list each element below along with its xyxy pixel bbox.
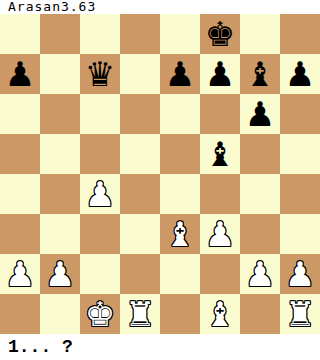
square-g1[interactable]	[240, 294, 280, 334]
square-d7[interactable]	[120, 54, 160, 94]
square-a5[interactable]	[0, 134, 40, 174]
white-rook[interactable]: ♜	[285, 294, 315, 334]
square-g2[interactable]: ♟	[240, 254, 280, 294]
white-bishop[interactable]: ♝	[205, 294, 235, 334]
square-f3[interactable]: ♟	[200, 214, 240, 254]
white-rook[interactable]: ♜	[125, 294, 155, 334]
square-c5[interactable]	[80, 134, 120, 174]
black-pawn[interactable]: ♟	[285, 54, 315, 94]
square-a2[interactable]: ♟	[0, 254, 40, 294]
black-pawn[interactable]: ♟	[5, 54, 35, 94]
square-g6[interactable]: ♟	[240, 94, 280, 134]
square-d1[interactable]: ♜	[120, 294, 160, 334]
square-h5[interactable]	[280, 134, 320, 174]
white-bishop[interactable]: ♝	[165, 214, 195, 254]
black-king[interactable]: ♚	[205, 14, 235, 54]
black-pawn[interactable]: ♟	[205, 54, 235, 94]
square-f1[interactable]: ♝	[200, 294, 240, 334]
square-d2[interactable]	[120, 254, 160, 294]
square-a3[interactable]	[0, 214, 40, 254]
square-h7[interactable]: ♟	[280, 54, 320, 94]
white-pawn[interactable]: ♟	[5, 254, 35, 294]
square-f6[interactable]	[200, 94, 240, 134]
square-h3[interactable]	[280, 214, 320, 254]
square-a1[interactable]	[0, 294, 40, 334]
white-king[interactable]: ♚	[85, 294, 115, 334]
square-g3[interactable]	[240, 214, 280, 254]
square-b4[interactable]	[40, 174, 80, 214]
square-a4[interactable]	[0, 174, 40, 214]
square-c6[interactable]	[80, 94, 120, 134]
square-a6[interactable]	[0, 94, 40, 134]
square-h4[interactable]	[280, 174, 320, 214]
white-pawn[interactable]: ♟	[245, 254, 275, 294]
square-c2[interactable]	[80, 254, 120, 294]
square-b6[interactable]	[40, 94, 80, 134]
square-e2[interactable]	[160, 254, 200, 294]
white-pawn[interactable]: ♟	[285, 254, 315, 294]
square-c1[interactable]: ♚	[80, 294, 120, 334]
white-pawn[interactable]: ♟	[85, 174, 115, 214]
black-bishop[interactable]: ♝	[245, 54, 275, 94]
square-g4[interactable]	[240, 174, 280, 214]
app-title: Arasan3.63	[8, 0, 96, 14]
square-c8[interactable]	[80, 14, 120, 54]
square-b1[interactable]	[40, 294, 80, 334]
square-a8[interactable]	[0, 14, 40, 54]
square-a7[interactable]: ♟	[0, 54, 40, 94]
square-d3[interactable]	[120, 214, 160, 254]
square-e4[interactable]	[160, 174, 200, 214]
square-h1[interactable]: ♜	[280, 294, 320, 334]
square-f4[interactable]	[200, 174, 240, 214]
black-pawn[interactable]: ♟	[245, 94, 275, 134]
square-b3[interactable]	[40, 214, 80, 254]
white-pawn[interactable]: ♟	[205, 214, 235, 254]
square-c3[interactable]	[80, 214, 120, 254]
square-c4[interactable]: ♟	[80, 174, 120, 214]
square-h2[interactable]: ♟	[280, 254, 320, 294]
square-d8[interactable]	[120, 14, 160, 54]
window-title: Arasan3.63	[0, 0, 320, 14]
square-e7[interactable]: ♟	[160, 54, 200, 94]
square-c7[interactable]: ♛	[80, 54, 120, 94]
square-f8[interactable]: ♚	[200, 14, 240, 54]
black-pawn[interactable]: ♟	[165, 54, 195, 94]
square-e1[interactable]	[160, 294, 200, 334]
square-f2[interactable]	[200, 254, 240, 294]
square-d6[interactable]	[120, 94, 160, 134]
square-g5[interactable]	[240, 134, 280, 174]
square-e8[interactable]	[160, 14, 200, 54]
white-pawn[interactable]: ♟	[45, 254, 75, 294]
move-prompt: 1... ?	[8, 337, 73, 357]
square-d4[interactable]	[120, 174, 160, 214]
square-g7[interactable]: ♝	[240, 54, 280, 94]
square-f7[interactable]: ♟	[200, 54, 240, 94]
chess-board: ♚♟♛♟♟♝♟♟♝♟♝♟♟♟♟♟♚♜♝♜	[0, 14, 320, 334]
square-b7[interactable]	[40, 54, 80, 94]
square-d5[interactable]	[120, 134, 160, 174]
square-h8[interactable]	[280, 14, 320, 54]
square-e3[interactable]: ♝	[160, 214, 200, 254]
status-bar: 1... ?	[0, 334, 320, 360]
square-b2[interactable]: ♟	[40, 254, 80, 294]
square-b8[interactable]	[40, 14, 80, 54]
square-g8[interactable]	[240, 14, 280, 54]
square-h6[interactable]	[280, 94, 320, 134]
black-queen[interactable]: ♛	[85, 54, 115, 94]
black-bishop[interactable]: ♝	[205, 134, 235, 174]
square-e5[interactable]	[160, 134, 200, 174]
square-b5[interactable]	[40, 134, 80, 174]
square-e6[interactable]	[160, 94, 200, 134]
square-f5[interactable]: ♝	[200, 134, 240, 174]
